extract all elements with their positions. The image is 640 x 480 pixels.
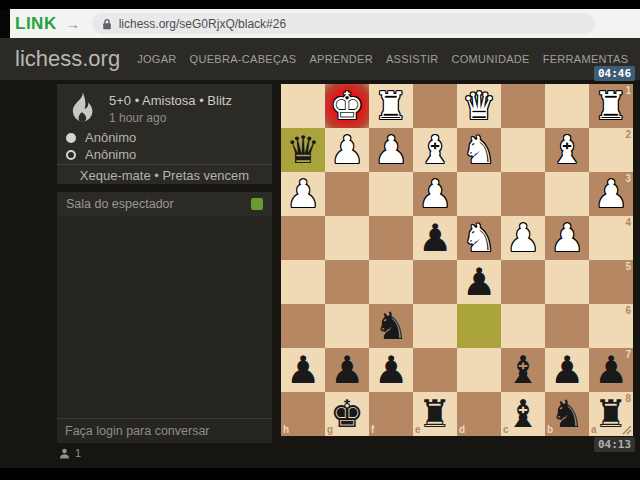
piece-black-queen[interactable]: ♛ <box>281 128 325 172</box>
square-a6[interactable]: 6 <box>589 304 633 348</box>
piece-white-pawn[interactable]: ♟ <box>325 128 369 172</box>
blitz-flame-icon <box>66 92 98 126</box>
player-black-row: Anônimo <box>66 147 136 162</box>
square-h3[interactable]: ♟ <box>281 172 325 216</box>
chat-title: Sala do espectador <box>66 197 174 211</box>
rank-label-3: 3 <box>625 174 631 184</box>
square-f3[interactable] <box>369 172 413 216</box>
piece-white-pawn[interactable]: ♟ <box>413 172 457 216</box>
nav-item-assistir[interactable]: ASSISTIR <box>386 53 439 65</box>
square-e7[interactable] <box>413 348 457 392</box>
square-b8[interactable]: ♞b <box>545 392 589 436</box>
board-resize-handle-icon[interactable] <box>622 425 632 435</box>
square-c3[interactable] <box>501 172 545 216</box>
file-label-g: g <box>327 425 333 435</box>
rank-label-8: 8 <box>625 394 631 404</box>
square-c7[interactable]: ♝ <box>501 348 545 392</box>
square-g6[interactable] <box>325 304 369 348</box>
square-h7[interactable]: ♟ <box>281 348 325 392</box>
piece-white-pawn[interactable]: ♟ <box>281 172 325 216</box>
square-c8[interactable]: ♝c <box>501 392 545 436</box>
square-c4[interactable]: ♟ <box>501 216 545 260</box>
piece-white-bishop[interactable]: ♝ <box>413 128 457 172</box>
square-b3[interactable] <box>545 172 589 216</box>
piece-white-pawn[interactable]: ♟ <box>545 216 589 260</box>
nav-item-ferramentas[interactable]: FERRAMENTAS <box>543 53 629 65</box>
rank-label-4: 4 <box>625 218 631 228</box>
square-g1[interactable]: ♚ <box>325 84 369 128</box>
square-d8[interactable]: d <box>457 392 501 436</box>
forward-arrow-icon[interactable]: → <box>66 16 80 32</box>
browser-window-title: LINK <box>15 14 57 34</box>
piece-white-king[interactable]: ♚ <box>325 84 369 128</box>
square-g8[interactable]: ♚g <box>325 392 369 436</box>
white-side-icon <box>66 133 76 143</box>
chat-messages <box>57 216 272 418</box>
square-e5[interactable] <box>413 260 457 304</box>
screen-bottom-strip <box>0 468 640 480</box>
chat-toggle[interactable] <box>251 198 263 210</box>
square-a1[interactable]: ♜1 <box>589 84 633 128</box>
square-g7[interactable]: ♟ <box>325 348 369 392</box>
square-g4[interactable] <box>325 216 369 260</box>
nav-item-jogar[interactable]: JOGAR <box>137 53 176 65</box>
piece-white-pawn[interactable]: ♟ <box>501 216 545 260</box>
clock-black: 04:13 <box>594 437 635 452</box>
square-f4[interactable] <box>369 216 413 260</box>
piece-white-queen[interactable]: ♛ <box>457 84 501 128</box>
file-label-d: d <box>459 425 465 435</box>
square-h6[interactable] <box>281 304 325 348</box>
rank-label-6: 6 <box>625 306 631 316</box>
square-a5[interactable]: 5 <box>589 260 633 304</box>
square-e4[interactable]: ♟ <box>413 216 457 260</box>
person-icon <box>59 448 70 459</box>
file-label-e: e <box>415 425 421 435</box>
square-f6[interactable]: ♞ <box>369 304 413 348</box>
piece-black-pawn[interactable]: ♟ <box>457 260 501 304</box>
square-c1[interactable] <box>501 84 545 128</box>
lichess-logo[interactable]: lichess.org <box>15 46 120 72</box>
file-label-c: c <box>503 425 509 435</box>
square-a3[interactable]: ♟3 <box>589 172 633 216</box>
piece-black-bishop[interactable]: ♝ <box>501 348 545 392</box>
square-d4[interactable]: ♞ <box>457 216 501 260</box>
square-b6[interactable] <box>545 304 589 348</box>
square-b7[interactable]: ♟ <box>545 348 589 392</box>
screen-top-strip <box>0 0 640 9</box>
square-c6[interactable] <box>501 304 545 348</box>
square-h5[interactable] <box>281 260 325 304</box>
rank-label-1: 1 <box>625 86 631 96</box>
nav-menu: JOGARQUEBRA-CABEÇASAPRENDERASSISTIRCOMUN… <box>137 53 628 65</box>
spectator-count: 1 <box>59 447 81 459</box>
square-h2[interactable]: ♛ <box>281 128 325 172</box>
square-e3[interactable]: ♟ <box>413 172 457 216</box>
square-e1[interactable] <box>413 84 457 128</box>
address-bar[interactable]: lichess.org/seG0RjxQ/black#26 <box>92 13 595 34</box>
square-g2[interactable]: ♟ <box>325 128 369 172</box>
square-d7[interactable] <box>457 348 501 392</box>
chess-board: ♚♜♛♜1♛♟♟♝♞♝2♟♟♟3♟♞♟♟4♟5♞6♟♟♟♝♟♟7h♚gf♜ed♝… <box>281 84 633 436</box>
square-d1[interactable]: ♛ <box>457 84 501 128</box>
chat-login-prompt: Faça login para conversar <box>57 418 272 443</box>
piece-black-pawn[interactable]: ♟ <box>281 348 325 392</box>
nav-item-aprender[interactable]: APRENDER <box>309 53 373 65</box>
square-a2[interactable]: 2 <box>589 128 633 172</box>
piece-black-pawn[interactable]: ♟ <box>369 348 413 392</box>
rank-label-2: 2 <box>625 130 631 140</box>
black-side-icon <box>66 150 76 160</box>
square-f8[interactable]: f <box>369 392 413 436</box>
url-text: lichess.org/seG0RjxQ/black#26 <box>119 17 286 31</box>
square-e8[interactable]: ♜e <box>413 392 457 436</box>
file-label-f: f <box>371 425 374 435</box>
piece-white-knight[interactable]: ♞ <box>457 128 501 172</box>
game-result-text: Xeque-mate • Pretas vencem <box>57 168 272 183</box>
square-f7[interactable]: ♟ <box>369 348 413 392</box>
padlock-icon <box>102 18 112 30</box>
spectator-chat: Sala do espectador Faça login para conve… <box>57 192 272 443</box>
piece-black-pawn[interactable]: ♟ <box>325 348 369 392</box>
square-d5[interactable]: ♟ <box>457 260 501 304</box>
file-label-a: a <box>591 425 597 435</box>
square-h8[interactable]: h <box>281 392 325 436</box>
square-f2[interactable]: ♟ <box>369 128 413 172</box>
square-e6[interactable] <box>413 304 457 348</box>
file-label-b: b <box>547 425 553 435</box>
game-setup-label: 5+0 • Amistosa • Blitz <box>109 93 232 108</box>
square-c2[interactable] <box>501 128 545 172</box>
piece-white-pawn[interactable]: ♟ <box>369 128 413 172</box>
piece-white-bishop[interactable]: ♝ <box>545 128 589 172</box>
piece-white-knight[interactable]: ♞ <box>457 216 501 260</box>
player-white-row: Anônimo <box>66 130 136 145</box>
nav-item-quebra-cabe-as[interactable]: QUEBRA-CABEÇAS <box>190 53 297 65</box>
rank-label-7: 7 <box>625 350 631 360</box>
square-h1[interactable] <box>281 84 325 128</box>
square-a7[interactable]: ♟7 <box>589 348 633 392</box>
piece-black-pawn[interactable]: ♟ <box>545 348 589 392</box>
piece-black-knight[interactable]: ♞ <box>369 304 413 348</box>
square-g5[interactable] <box>325 260 369 304</box>
player-white-name[interactable]: Anônimo <box>85 130 136 145</box>
square-b2[interactable]: ♝ <box>545 128 589 172</box>
site-nav: lichess.org JOGARQUEBRA-CABEÇASAPRENDERA… <box>0 38 640 80</box>
browser-bar: LINK → lichess.org/seG0RjxQ/black#26 <box>0 9 640 38</box>
square-d6[interactable] <box>457 304 501 348</box>
player-black-name[interactable]: Anônimo <box>85 147 136 162</box>
square-c5[interactable] <box>501 260 545 304</box>
rank-label-5: 5 <box>625 262 631 272</box>
square-a4[interactable]: 4 <box>589 216 633 260</box>
square-h4[interactable] <box>281 216 325 260</box>
square-d2[interactable]: ♞ <box>457 128 501 172</box>
square-g3[interactable] <box>325 172 369 216</box>
square-f5[interactable] <box>369 260 413 304</box>
file-label-h: h <box>283 425 289 435</box>
square-f1[interactable]: ♜ <box>369 84 413 128</box>
piece-black-pawn[interactable]: ♟ <box>413 216 457 260</box>
piece-white-rook[interactable]: ♜ <box>369 84 413 128</box>
square-b5[interactable] <box>545 260 589 304</box>
spectator-count-value: 1 <box>75 447 81 459</box>
game-time-ago: 1 hour ago <box>109 111 232 125</box>
square-e2[interactable]: ♝ <box>413 128 457 172</box>
clock-white: 04:46 <box>594 66 635 81</box>
square-a8[interactable]: ♜8a <box>589 392 633 436</box>
square-d3[interactable] <box>457 172 501 216</box>
chat-header: Sala do espectador <box>57 192 272 216</box>
square-b4[interactable]: ♟ <box>545 216 589 260</box>
game-meta-box: 5+0 • Amistosa • Blitz 1 hour ago Anônim… <box>57 84 272 184</box>
browser-left-notch <box>0 9 10 38</box>
meta-divider <box>57 164 272 165</box>
square-b1[interactable] <box>545 84 589 128</box>
nav-item-comunidade[interactable]: COMUNIDADE <box>452 53 530 65</box>
